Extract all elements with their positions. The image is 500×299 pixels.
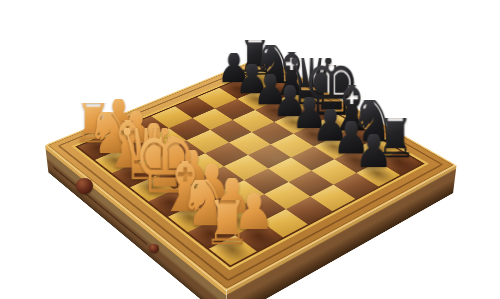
chess-board: ♜♞♝♛♚♝♞♜♟♟♟♟♟♟♟♟♟♟♟♟♟♟♟♟♜♞♝♛♚♝♞♜ <box>45 55 456 290</box>
scene: ♜♞♝♛♚♝♞♜♟♟♟♟♟♟♟♟♟♟♟♟♟♟♟♟♜♞♝♛♚♝♞♜ <box>0 0 500 299</box>
drawer-knob <box>76 178 93 194</box>
white-rook-glyph: ♜ <box>191 185 264 251</box>
drawer-knob-small <box>149 244 159 253</box>
black-pawn-glyph: ♟ <box>341 122 407 175</box>
chess-set-photo: ♜♞♝♛♚♝♞♜♟♟♟♟♟♟♟♟♟♟♟♟♟♟♟♟♜♞♝♛♚♝♞♜ <box>0 0 500 299</box>
